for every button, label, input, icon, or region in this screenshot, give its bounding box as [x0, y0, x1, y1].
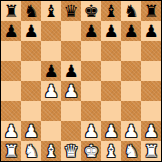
square-g6[interactable] — [121, 41, 141, 61]
square-c1[interactable]: ♝ — [41, 141, 61, 161]
square-h5[interactable] — [141, 61, 161, 81]
square-g8[interactable]: ♞ — [121, 1, 141, 21]
piece-black-pawn: ♟ — [63, 61, 78, 81]
piece-white-pawn: ♟ — [123, 121, 138, 141]
piece-black-queen: ♛ — [63, 1, 78, 21]
square-h6[interactable] — [141, 41, 161, 61]
square-f8[interactable]: ♝ — [101, 1, 121, 21]
square-e5[interactable] — [81, 61, 101, 81]
piece-white-king: ♚ — [83, 141, 98, 161]
piece-black-pawn: ♟ — [23, 21, 38, 41]
square-d5[interactable]: ♟ — [61, 61, 81, 81]
square-a8[interactable]: ♜ — [1, 1, 21, 21]
square-c6[interactable] — [41, 41, 61, 61]
square-a6[interactable] — [1, 41, 21, 61]
square-c3[interactable] — [41, 101, 61, 121]
piece-black-knight: ♞ — [123, 1, 138, 21]
square-b1[interactable]: ♞ — [21, 141, 41, 161]
piece-white-pawn: ♟ — [43, 81, 58, 101]
square-g3[interactable] — [121, 101, 141, 121]
piece-black-rook: ♜ — [3, 1, 18, 21]
square-c2[interactable] — [41, 121, 61, 141]
square-h1[interactable]: ♜ — [141, 141, 161, 161]
square-b5[interactable] — [21, 61, 41, 81]
square-a5[interactable] — [1, 61, 21, 81]
piece-black-pawn: ♟ — [83, 21, 98, 41]
piece-white-rook: ♜ — [143, 141, 158, 161]
square-g4[interactable] — [121, 81, 141, 101]
piece-white-pawn: ♟ — [143, 121, 158, 141]
square-f2[interactable]: ♟ — [101, 121, 121, 141]
piece-black-pawn: ♟ — [3, 21, 18, 41]
square-g1[interactable]: ♞ — [121, 141, 141, 161]
piece-white-knight: ♞ — [123, 141, 138, 161]
piece-white-pawn: ♟ — [83, 121, 98, 141]
piece-black-king: ♚ — [83, 1, 98, 21]
piece-white-rook: ♜ — [3, 141, 18, 161]
square-d6[interactable] — [61, 41, 81, 61]
piece-black-rook: ♜ — [143, 1, 158, 21]
chess-board: ♜♞♝♛♚♝♞♜♟♟♟♟♟♟♟♟♟♟♟♟♟♟♟♟♜♞♝♛♚♝♞♜ — [1, 1, 161, 161]
square-f6[interactable] — [101, 41, 121, 61]
square-f5[interactable] — [101, 61, 121, 81]
square-a3[interactable] — [1, 101, 21, 121]
square-d7[interactable] — [61, 21, 81, 41]
square-b3[interactable] — [21, 101, 41, 121]
square-a1[interactable]: ♜ — [1, 141, 21, 161]
square-c8[interactable]: ♝ — [41, 1, 61, 21]
square-b2[interactable]: ♟ — [21, 121, 41, 141]
piece-black-bishop: ♝ — [103, 1, 118, 21]
square-a7[interactable]: ♟ — [1, 21, 21, 41]
square-f3[interactable] — [101, 101, 121, 121]
square-h4[interactable] — [141, 81, 161, 101]
square-c5[interactable]: ♟ — [41, 61, 61, 81]
square-e6[interactable] — [81, 41, 101, 61]
piece-white-pawn: ♟ — [3, 121, 18, 141]
square-b8[interactable]: ♞ — [21, 1, 41, 21]
piece-white-bishop: ♝ — [43, 141, 58, 161]
square-c4[interactable]: ♟ — [41, 81, 61, 101]
square-e4[interactable] — [81, 81, 101, 101]
piece-black-pawn: ♟ — [103, 21, 118, 41]
square-d1[interactable]: ♛ — [61, 141, 81, 161]
piece-black-pawn: ♟ — [43, 61, 58, 81]
square-d4[interactable]: ♟ — [61, 81, 81, 101]
square-g5[interactable] — [121, 61, 141, 81]
square-h7[interactable]: ♟ — [141, 21, 161, 41]
square-e1[interactable]: ♚ — [81, 141, 101, 161]
square-g7[interactable]: ♟ — [121, 21, 141, 41]
square-a2[interactable]: ♟ — [1, 121, 21, 141]
chess-board-frame: ♜♞♝♛♚♝♞♜♟♟♟♟♟♟♟♟♟♟♟♟♟♟♟♟♜♞♝♛♚♝♞♜ — [0, 0, 162, 162]
square-h8[interactable]: ♜ — [141, 1, 161, 21]
square-e8[interactable]: ♚ — [81, 1, 101, 21]
piece-black-pawn: ♟ — [123, 21, 138, 41]
square-d2[interactable] — [61, 121, 81, 141]
piece-black-bishop: ♝ — [43, 1, 58, 21]
square-b7[interactable]: ♟ — [21, 21, 41, 41]
square-g2[interactable]: ♟ — [121, 121, 141, 141]
piece-white-pawn: ♟ — [63, 81, 78, 101]
square-b4[interactable] — [21, 81, 41, 101]
square-b6[interactable] — [21, 41, 41, 61]
square-d3[interactable] — [61, 101, 81, 121]
square-f1[interactable]: ♝ — [101, 141, 121, 161]
piece-white-bishop: ♝ — [103, 141, 118, 161]
piece-black-knight: ♞ — [23, 1, 38, 21]
square-e3[interactable] — [81, 101, 101, 121]
piece-white-knight: ♞ — [23, 141, 38, 161]
square-e2[interactable]: ♟ — [81, 121, 101, 141]
square-f7[interactable]: ♟ — [101, 21, 121, 41]
piece-black-pawn: ♟ — [143, 21, 158, 41]
square-h2[interactable]: ♟ — [141, 121, 161, 141]
square-e7[interactable]: ♟ — [81, 21, 101, 41]
piece-white-queen: ♛ — [63, 141, 78, 161]
square-d8[interactable]: ♛ — [61, 1, 81, 21]
piece-white-pawn: ♟ — [23, 121, 38, 141]
piece-white-pawn: ♟ — [103, 121, 118, 141]
square-h3[interactable] — [141, 101, 161, 121]
square-f4[interactable] — [101, 81, 121, 101]
square-c7[interactable] — [41, 21, 61, 41]
square-a4[interactable] — [1, 81, 21, 101]
